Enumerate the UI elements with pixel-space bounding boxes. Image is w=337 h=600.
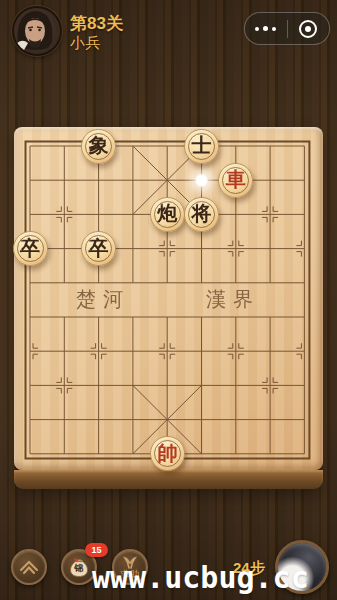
hint-count-badge: 15 [85,543,108,557]
bag-character: 锦 [75,561,84,574]
watermark: www.ucbug.cc [92,560,309,595]
piece-layer: 象士車炮将卒卒帥 [14,127,323,489]
avatar-portrait [14,8,56,50]
expand-menu-button[interactable] [11,549,47,585]
wechat-capsule [244,12,330,45]
piece-black-cannon[interactable]: 炮 [150,197,185,232]
player-label: 小兵 [70,34,100,53]
more-dots-icon [255,26,276,31]
top-bar: 第83关 小兵 [0,0,337,60]
piece-black-general[interactable]: 将 [184,197,219,232]
piece-black-elephant[interactable]: 象 [81,129,116,164]
app-screen: 第83关 小兵 楚河 漢界 象士車炮将卒卒帥 [0,0,337,600]
piece-black-soldier[interactable]: 卒 [81,231,116,266]
game-board: 楚河 漢界 象士車炮将卒卒帥 [14,127,323,489]
player-avatar[interactable] [12,6,62,56]
piece-black-soldier[interactable]: 卒 [13,231,48,266]
move-highlight [194,173,209,188]
more-button[interactable] [245,13,287,44]
piece-red-chariot[interactable]: 車 [218,163,253,198]
target-circle-icon [299,20,317,38]
piece-black-advisor[interactable]: 士 [184,129,219,164]
piece-red-general[interactable]: 帥 [150,436,185,471]
close-button[interactable] [288,13,330,44]
chevron-up-icon [19,559,39,575]
level-label: 第83关 [70,12,123,35]
